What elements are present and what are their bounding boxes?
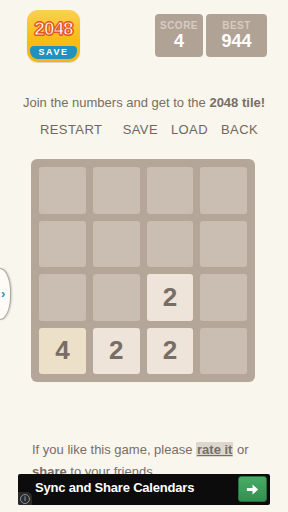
score-label: SCORE <box>155 20 203 31</box>
footer-text-1: If you like this game, please <box>32 442 196 457</box>
rate-link[interactable]: rate it <box>196 442 233 457</box>
arrow-right-icon <box>245 482 260 497</box>
ad-info-icon[interactable]: i <box>18 492 32 505</box>
board-cell <box>93 221 140 268</box>
board-cell <box>93 274 140 321</box>
app-screen: 2048 SAVE SCORE 4 BEST 944 Join the numb… <box>0 0 288 512</box>
tagline-text: Join the numbers and get to the <box>23 95 209 110</box>
logo-save-badge: SAVE <box>30 46 77 59</box>
board-cell <box>147 167 194 214</box>
board-cell <box>200 328 247 375</box>
board[interactable]: 2422 <box>31 159 255 382</box>
score-value: 4 <box>155 31 203 52</box>
tile-2: 2 <box>93 328 140 375</box>
load-button[interactable]: LOAD <box>171 122 208 137</box>
ad-banner[interactable]: Sync and Share Calendars i <box>18 474 270 505</box>
board-cell <box>147 221 194 268</box>
back-button[interactable]: BACK <box>221 122 258 137</box>
tile-4: 4 <box>39 328 86 375</box>
footer-text-2: or <box>233 442 248 457</box>
logo-2048-text: 2048 <box>27 18 80 40</box>
board-cell <box>200 221 247 268</box>
best-value: 944 <box>206 31 267 52</box>
best-box: BEST 944 <box>206 14 267 57</box>
info-circle-icon: i <box>20 494 30 504</box>
board-cell <box>39 274 86 321</box>
board-cell <box>93 167 140 214</box>
board-cell <box>39 167 86 214</box>
restart-button[interactable]: RESTART <box>40 122 102 137</box>
score-box: SCORE 4 <box>155 14 203 57</box>
toolbar: RESTART SAVE LOAD BACK <box>40 122 258 137</box>
toolbar-right-group: SAVE LOAD BACK <box>123 122 258 137</box>
drawer-handle[interactable]: › <box>0 268 11 320</box>
board-cell <box>200 167 247 214</box>
tile-2: 2 <box>147 328 194 375</box>
tile-2: 2 <box>147 274 194 321</box>
board-cell <box>39 221 86 268</box>
board-cell <box>200 274 247 321</box>
ad-title: Sync and Share Calendars <box>35 480 194 495</box>
ad-arrow-button[interactable] <box>238 476 267 502</box>
tagline: Join the numbers and get to the 2048 til… <box>0 95 288 110</box>
app-logo: 2048 SAVE <box>27 10 80 62</box>
save-button[interactable]: SAVE <box>123 122 158 137</box>
chevron-right-icon: › <box>1 287 5 300</box>
tagline-goal: 2048 tile! <box>209 95 265 110</box>
best-label: BEST <box>206 20 267 31</box>
